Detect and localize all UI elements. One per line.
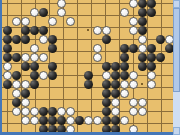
black-stone <box>21 26 30 35</box>
white-stone <box>84 116 93 125</box>
black-stone <box>120 53 129 62</box>
black-stone <box>111 62 120 71</box>
black-stone <box>138 17 147 26</box>
white-stone <box>21 107 30 116</box>
black-stone <box>156 53 165 62</box>
black-stone <box>48 35 57 44</box>
white-stone <box>3 62 12 71</box>
white-stone <box>21 116 30 125</box>
black-stone <box>21 89 30 98</box>
black-stone <box>102 62 111 71</box>
black-stone <box>48 116 57 125</box>
black-stone <box>102 98 111 107</box>
black-stone <box>3 35 12 44</box>
black-stone <box>30 26 39 35</box>
white-stone <box>57 107 66 116</box>
black-stone <box>129 44 138 53</box>
white-stone <box>3 71 12 80</box>
black-stone <box>147 62 156 71</box>
black-stone <box>12 98 21 107</box>
black-stone <box>3 44 12 53</box>
black-stone <box>165 44 174 53</box>
black-stone <box>30 62 39 71</box>
black-stone <box>102 107 111 116</box>
black-stone <box>147 44 156 53</box>
white-stone <box>129 98 138 107</box>
white-stone <box>30 53 39 62</box>
black-stone <box>147 0 156 8</box>
white-stone <box>66 125 75 133</box>
black-stone <box>48 44 57 53</box>
white-stone <box>48 17 57 26</box>
white-stone <box>138 107 147 116</box>
black-stone <box>3 80 12 89</box>
black-stone <box>102 89 111 98</box>
black-stone <box>120 62 129 71</box>
black-stone <box>39 107 48 116</box>
white-stone <box>120 116 129 125</box>
white-stone <box>147 80 156 89</box>
white-stone <box>129 17 138 26</box>
go-app-window <box>0 0 180 135</box>
black-stone <box>39 26 48 35</box>
white-stone <box>93 53 102 62</box>
scrollbar-thumb[interactable] <box>173 8 180 92</box>
white-stone <box>66 107 75 116</box>
white-stone <box>30 107 39 116</box>
white-stone <box>129 107 138 116</box>
white-stone <box>138 35 147 44</box>
white-stone <box>93 44 102 53</box>
black-stone <box>147 8 156 17</box>
black-stone <box>111 125 120 133</box>
black-stone <box>147 53 156 62</box>
black-stone <box>12 53 21 62</box>
white-stone <box>66 17 75 26</box>
vertical-scrollbar[interactable] <box>173 0 180 135</box>
black-stone <box>30 80 39 89</box>
white-stone <box>111 107 120 116</box>
black-stone <box>84 71 93 80</box>
white-stone <box>93 26 102 35</box>
scrollbar-down-button[interactable] <box>173 127 180 135</box>
black-stone <box>102 116 111 125</box>
black-stone <box>111 89 120 98</box>
black-stone <box>30 71 39 80</box>
black-stone <box>156 35 165 44</box>
white-stone <box>129 26 138 35</box>
hoshi-point <box>141 83 143 85</box>
white-stone <box>21 98 30 107</box>
white-stone <box>93 116 102 125</box>
white-stone <box>39 53 48 62</box>
white-stone <box>30 44 39 53</box>
black-stone <box>39 8 48 17</box>
white-stone <box>129 80 138 89</box>
white-stone <box>30 116 39 125</box>
white-stone <box>129 71 138 80</box>
black-stone <box>39 125 48 133</box>
white-stone <box>12 89 21 98</box>
go-board[interactable] <box>2 0 173 132</box>
black-stone <box>111 116 120 125</box>
black-stone <box>102 125 111 133</box>
white-stone <box>129 0 138 8</box>
white-stone <box>57 0 66 8</box>
white-stone <box>120 8 129 17</box>
black-stone <box>21 35 30 44</box>
white-stone <box>39 71 48 80</box>
white-stone <box>39 35 48 44</box>
white-stone <box>21 17 30 26</box>
black-stone <box>48 71 57 80</box>
black-stone <box>111 80 120 89</box>
black-stone <box>3 53 12 62</box>
white-stone <box>30 8 39 17</box>
black-stone <box>57 125 66 133</box>
white-stone <box>120 89 129 98</box>
black-stone <box>48 107 57 116</box>
black-stone <box>48 125 57 133</box>
white-stone <box>129 125 138 133</box>
black-stone <box>48 62 57 71</box>
white-stone <box>165 35 174 44</box>
black-stone <box>138 53 147 62</box>
black-stone <box>138 26 147 35</box>
white-stone <box>147 71 156 80</box>
white-stone <box>111 98 120 107</box>
black-stone <box>3 26 12 35</box>
black-stone <box>138 0 147 8</box>
white-stone <box>12 17 21 26</box>
white-stone <box>102 26 111 35</box>
black-stone <box>102 35 111 44</box>
white-stone <box>57 8 66 17</box>
black-stone <box>138 8 147 17</box>
white-stone <box>12 107 21 116</box>
white-stone <box>12 80 21 89</box>
black-stone <box>39 116 48 125</box>
black-stone <box>102 80 111 89</box>
black-stone <box>84 80 93 89</box>
white-stone <box>102 71 111 80</box>
window-border-bottom <box>0 132 173 135</box>
white-stone <box>21 80 30 89</box>
black-stone <box>120 71 129 80</box>
hoshi-point <box>87 29 89 31</box>
black-stone <box>57 116 66 125</box>
scrollbar-up-button[interactable] <box>173 0 180 8</box>
white-stone <box>138 98 147 107</box>
black-stone <box>120 44 129 53</box>
white-stone <box>66 116 75 125</box>
white-stone <box>21 53 30 62</box>
white-stone <box>138 44 147 53</box>
black-stone <box>12 35 21 44</box>
black-stone <box>75 116 84 125</box>
black-stone <box>12 71 21 80</box>
black-stone <box>111 71 120 80</box>
black-stone <box>21 62 30 71</box>
white-stone <box>120 80 129 89</box>
black-stone <box>138 62 147 71</box>
